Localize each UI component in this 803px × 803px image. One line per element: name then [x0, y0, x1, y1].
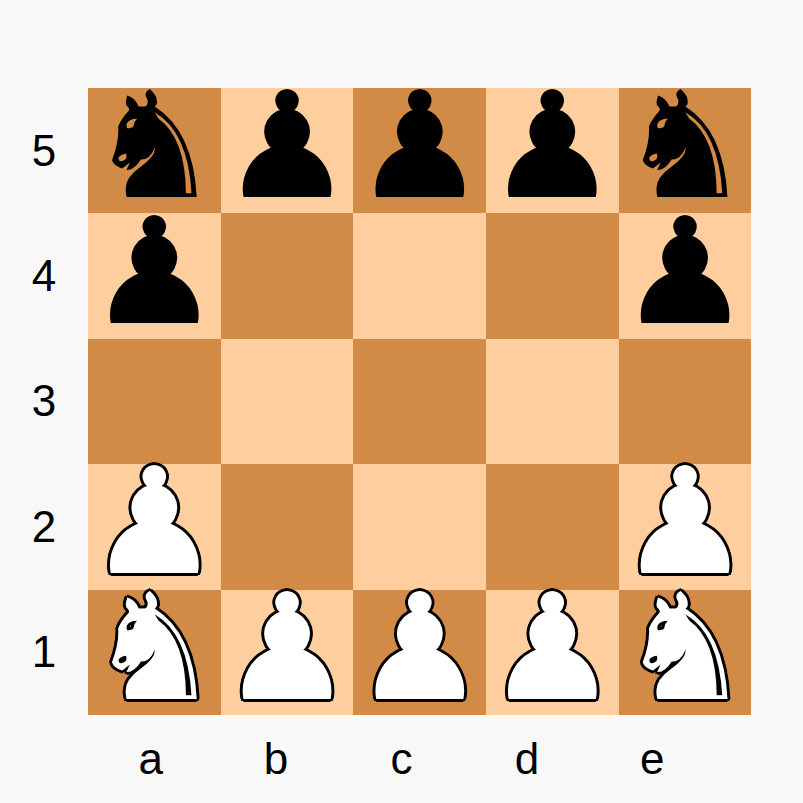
square-d5[interactable]: ♟ — [486, 88, 619, 213]
black-pawn[interactable]: ♟ — [353, 84, 486, 209]
rank-label-4: 4 — [0, 213, 88, 338]
square-c5[interactable]: ♟ — [353, 88, 486, 213]
square-a1[interactable]: ♞ — [88, 590, 221, 715]
board: ♞♟♟♟♞♟♟♟♟♞♟♟♟♞ — [88, 88, 715, 715]
file-label-d: d — [464, 715, 589, 803]
square-d3[interactable] — [486, 339, 619, 464]
file-label-b: b — [213, 715, 338, 803]
square-b3[interactable] — [221, 339, 354, 464]
rank-label-2: 2 — [0, 464, 88, 589]
square-b1[interactable]: ♟ — [221, 590, 354, 715]
square-b4[interactable] — [221, 213, 354, 338]
square-c4[interactable] — [353, 213, 486, 338]
black-pawn[interactable]: ♟ — [486, 84, 619, 209]
square-e4[interactable]: ♟ — [619, 213, 752, 338]
file-label-a: a — [88, 715, 213, 803]
black-pawn[interactable]: ♟ — [221, 84, 354, 209]
square-c1[interactable]: ♟ — [353, 590, 486, 715]
square-d4[interactable] — [486, 213, 619, 338]
black-pawn[interactable]: ♟ — [88, 210, 221, 335]
white-pawn[interactable]: ♟ — [221, 586, 354, 711]
rank-label-5: 5 — [0, 88, 88, 213]
square-a4[interactable]: ♟ — [88, 213, 221, 338]
rank-label-1: 1 — [0, 590, 88, 715]
file-label-e: e — [590, 715, 715, 803]
file-labels: abcde — [88, 715, 715, 803]
white-knight[interactable]: ♞ — [619, 586, 752, 711]
square-d1[interactable]: ♟ — [486, 590, 619, 715]
file-label-c: c — [339, 715, 464, 803]
square-b5[interactable]: ♟ — [221, 88, 354, 213]
white-pawn[interactable]: ♟ — [353, 586, 486, 711]
white-knight[interactable]: ♞ — [88, 586, 221, 711]
rank-labels: 54321 — [0, 88, 88, 715]
black-pawn[interactable]: ♟ — [619, 210, 752, 335]
white-pawn[interactable]: ♟ — [486, 586, 619, 711]
square-e1[interactable]: ♞ — [619, 590, 752, 715]
rank-label-3: 3 — [0, 339, 88, 464]
square-c3[interactable] — [353, 339, 486, 464]
